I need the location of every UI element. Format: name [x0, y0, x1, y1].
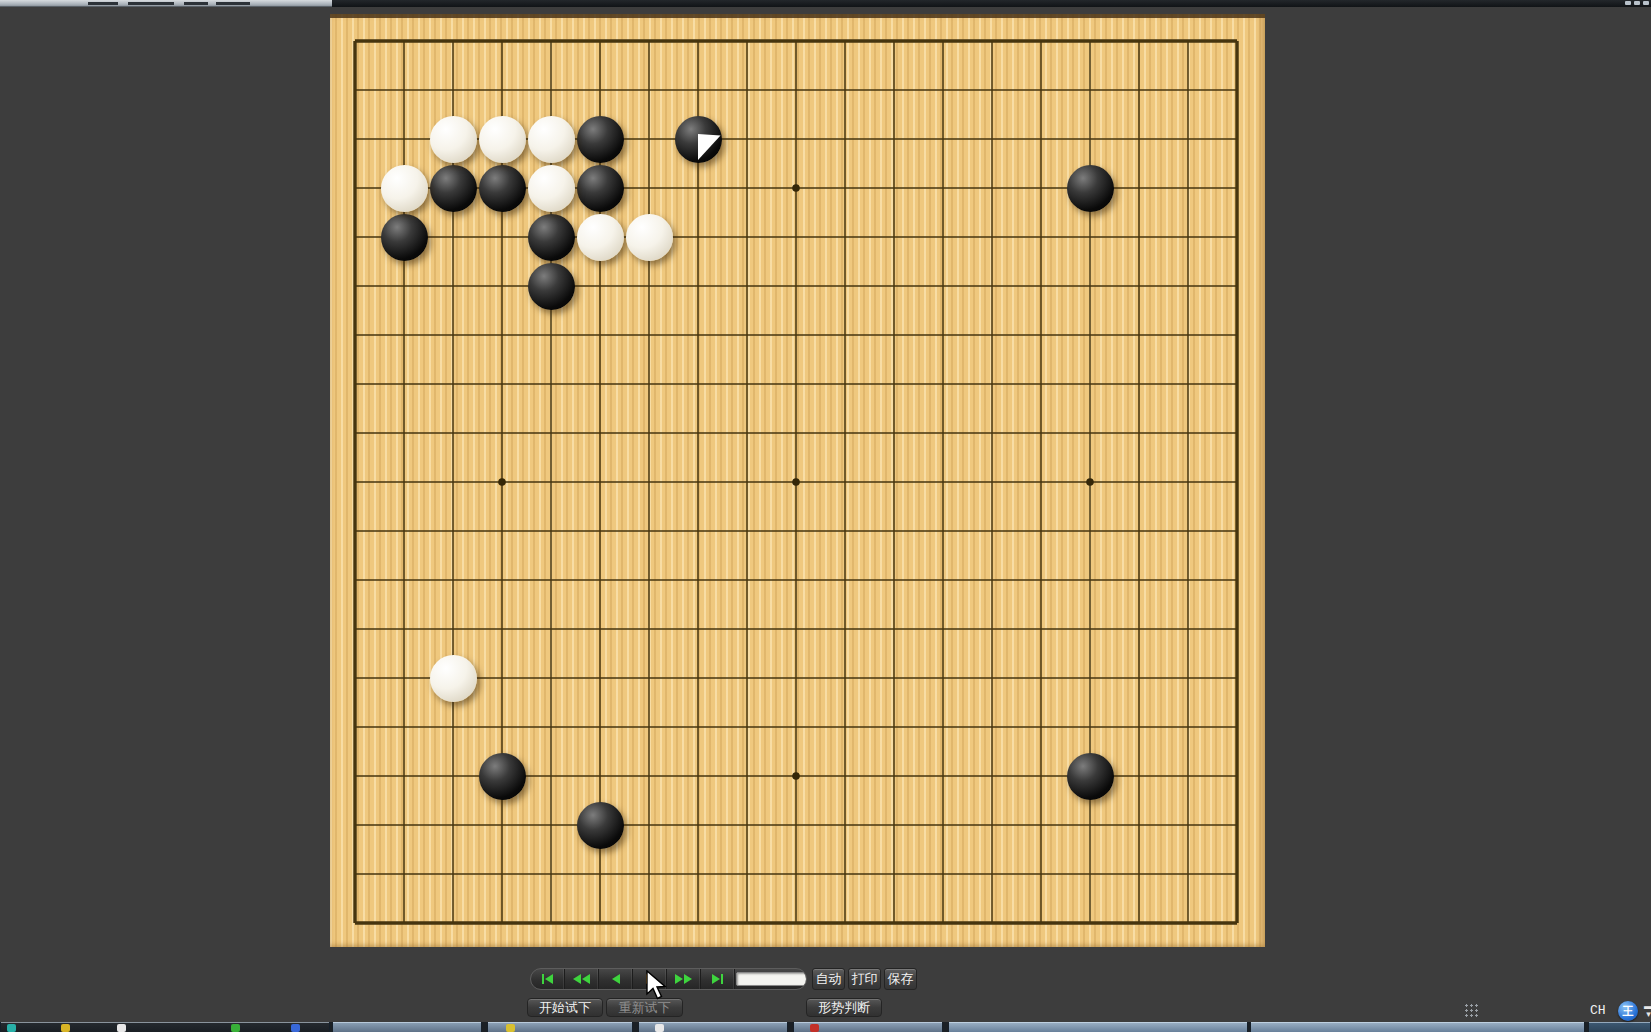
skip-to-end-icon	[712, 974, 723, 984]
taskbar-sliver[interactable]	[0, 1022, 1651, 1032]
language-bar-grip-icon[interactable]	[1464, 1003, 1479, 1019]
black-stone	[577, 802, 624, 849]
quicklaunch-icon[interactable]	[291, 1024, 300, 1032]
window-button-sliver[interactable]	[1625, 1, 1631, 5]
top-strip	[332, 0, 1651, 7]
taskbar-button-icon	[506, 1024, 515, 1032]
black-stone	[479, 753, 526, 800]
black-stone	[1067, 753, 1114, 800]
white-stone	[626, 214, 673, 261]
stones-layer	[331, 17, 1262, 948]
ime-icon[interactable]: 王	[1618, 1001, 1638, 1021]
black-stone	[528, 214, 575, 261]
nav-forward-button[interactable]	[667, 969, 701, 989]
taskbar-window-button[interactable]	[1588, 1022, 1651, 1032]
white-stone	[479, 116, 526, 163]
taskbar-quicklaunch-area[interactable]	[0, 1022, 330, 1032]
taskbar-window-button[interactable]	[638, 1022, 788, 1032]
move-number-input[interactable]	[736, 972, 807, 986]
titlebar-text-blur	[184, 2, 208, 5]
black-stone	[1067, 165, 1114, 212]
titlebar-text-blur	[88, 2, 118, 5]
mouse-cursor-icon	[645, 970, 669, 1002]
taskbar-button-icon	[655, 1024, 664, 1032]
black-stone	[479, 165, 526, 212]
white-stone	[430, 655, 477, 702]
white-stone	[577, 214, 624, 261]
step-backward-icon	[612, 974, 620, 984]
language-bar: CH 王 ▬▾	[1458, 1000, 1651, 1022]
nav-first-button[interactable]	[531, 969, 565, 989]
screen: { "app": { "background_color": "#3d3d3d"…	[0, 0, 1651, 1032]
taskbar-button-icon	[810, 1024, 819, 1032]
nav-last-button[interactable]	[701, 969, 735, 989]
black-stone	[577, 165, 624, 212]
white-stone	[430, 116, 477, 163]
window-titlebar-fragment	[0, 0, 332, 7]
taskbar-window-button[interactable]	[332, 1022, 482, 1032]
skip-to-start-icon	[542, 974, 553, 984]
titlebar-text-blur	[128, 2, 174, 5]
black-stone	[528, 263, 575, 310]
start-trial-button[interactable]: 开始试下	[527, 998, 603, 1017]
quicklaunch-icon[interactable]	[7, 1024, 16, 1032]
white-stone	[528, 165, 575, 212]
go-board[interactable]	[330, 14, 1265, 947]
quicklaunch-icon[interactable]	[117, 1024, 126, 1032]
taskbar-window-button[interactable]	[793, 1022, 943, 1032]
nav-back-button[interactable]	[599, 969, 633, 989]
black-stone	[675, 116, 722, 163]
window-button-sliver[interactable]	[1643, 1, 1649, 5]
print-button[interactable]: 打印	[848, 968, 881, 990]
black-stone	[430, 165, 477, 212]
taskbar-window-button[interactable]	[487, 1022, 633, 1032]
nav-rewind-button[interactable]	[565, 969, 599, 989]
fast-backward-icon	[573, 974, 590, 984]
window-button-sliver[interactable]	[1634, 1, 1640, 5]
quicklaunch-icon[interactable]	[61, 1024, 70, 1032]
white-stone	[528, 116, 575, 163]
titlebar-text-blur	[216, 2, 250, 5]
black-stone	[381, 214, 428, 261]
white-stone	[381, 165, 428, 212]
black-stone	[577, 116, 624, 163]
judge-position-button[interactable]: 形势判断	[806, 998, 882, 1017]
language-indicator[interactable]: CH	[1590, 1003, 1606, 1018]
taskbar-window-button[interactable]	[948, 1022, 1248, 1032]
taskbar-window-button[interactable]	[1250, 1022, 1585, 1032]
language-bar-minimize-icon[interactable]: ▬▾	[1644, 1002, 1651, 1018]
fast-forward-icon	[675, 974, 692, 984]
quicklaunch-icon[interactable]	[231, 1024, 240, 1032]
last-move-marker-icon	[675, 116, 722, 163]
save-button[interactable]: 保存	[884, 968, 917, 990]
auto-button[interactable]: 自动	[812, 968, 845, 990]
